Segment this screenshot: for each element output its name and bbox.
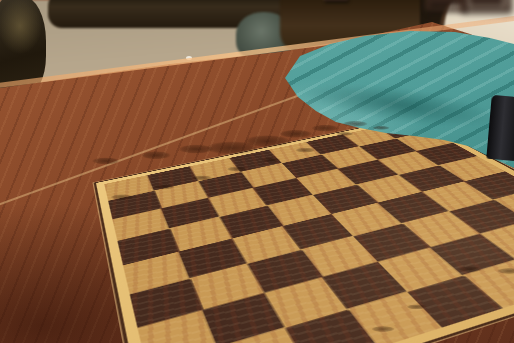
piece-shadow — [227, 166, 247, 171]
chess-photo-scene: ♜♞♟♝♟♛♚♝♟♞♟♜♟♟♟♟♟♟♟♟♟♛♚ — [0, 0, 514, 343]
piece-shadow — [261, 158, 280, 163]
piece-shadow — [312, 125, 338, 132]
black-pawn: ♟ — [318, 0, 354, 7]
piece-shadow — [111, 194, 133, 200]
dark-cylinder-object — [486, 95, 514, 161]
black-king: ♚ — [436, 0, 514, 29]
piece-shadow — [179, 145, 213, 154]
piece-shadow — [207, 141, 258, 154]
piece-shadow — [296, 148, 315, 153]
piece-shadow — [372, 326, 395, 332]
piece-shadow — [459, 266, 481, 272]
piece-shadow — [141, 151, 170, 159]
